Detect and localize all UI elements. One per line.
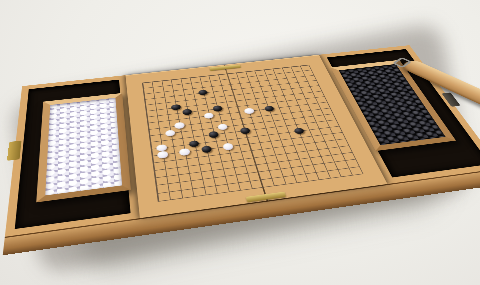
black-stone: [293, 127, 305, 134]
white-stone-tray: [36, 93, 131, 202]
black-stone: [188, 140, 199, 147]
black-stone: [264, 105, 275, 112]
star-point: [173, 95, 175, 96]
star-point: [320, 156, 323, 158]
white-stone: [157, 151, 168, 159]
star-point: [303, 116, 305, 117]
star-point: [188, 173, 190, 175]
black-stone: [171, 104, 181, 110]
white-stone: [165, 130, 176, 137]
star-point: [255, 164, 258, 166]
star-point: [242, 124, 244, 125]
black-stone: [182, 109, 193, 116]
black-stone: [198, 89, 208, 95]
black-stone: [208, 131, 219, 138]
star-point: [288, 82, 290, 83]
left-wing: [5, 75, 140, 237]
go-set-photo: [0, 0, 480, 285]
white-stone: [179, 148, 190, 156]
black-stone: [239, 127, 250, 134]
white-stone: [204, 112, 215, 119]
white-stone: [244, 108, 255, 115]
white-stone: [222, 143, 234, 151]
white-stone: [174, 122, 185, 129]
star-point: [231, 89, 233, 90]
white-stone: [217, 123, 228, 130]
latch-clasp-left: [7, 141, 22, 161]
star-point: [180, 131, 182, 132]
white-stones-pile: [45, 98, 122, 196]
black-stone: [201, 145, 212, 153]
black-stone: [212, 105, 223, 112]
